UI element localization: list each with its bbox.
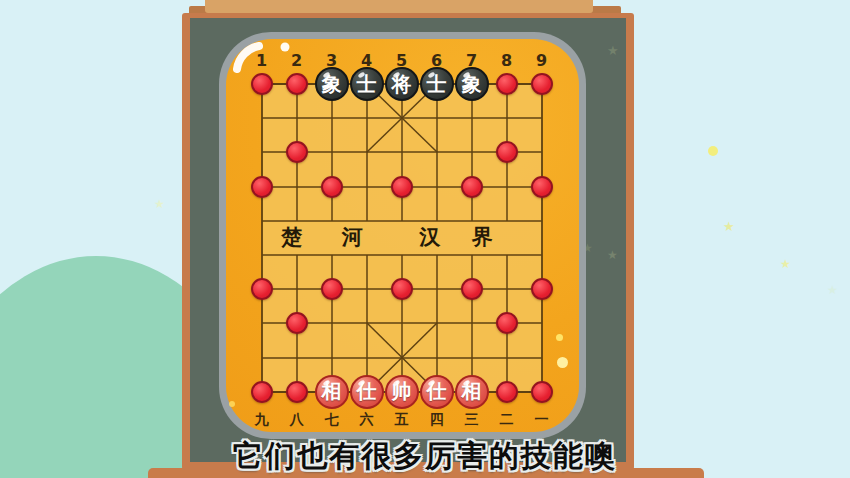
start-point-marker[interactable] xyxy=(251,176,273,198)
board-point-4-2[interactable] xyxy=(349,101,384,135)
black-piece-象[interactable]: 象 xyxy=(315,67,349,101)
board-point-1-6[interactable] xyxy=(244,238,279,272)
board-point-8-4[interactable] xyxy=(489,170,524,204)
board-point-2-2[interactable] xyxy=(279,101,314,135)
board-point-3-5[interactable] xyxy=(314,204,349,238)
black-piece-将[interactable]: 将 xyxy=(385,67,419,101)
board-point-7-5[interactable] xyxy=(454,204,489,238)
star-icon xyxy=(607,44,619,57)
board-point-7-6[interactable] xyxy=(454,238,489,272)
board-point-3-6[interactable] xyxy=(314,238,349,272)
board-point-4-1[interactable]: 士 xyxy=(349,67,384,101)
board-point-8-5[interactable] xyxy=(489,204,524,238)
start-point-marker[interactable] xyxy=(391,278,413,300)
board-point-2-1[interactable] xyxy=(279,67,314,101)
board-point-9-5[interactable] xyxy=(524,204,559,238)
board-point-6-1[interactable]: 士 xyxy=(419,67,454,101)
file-number-cn: 一 xyxy=(524,411,559,429)
board-point-8-2[interactable] xyxy=(489,101,524,135)
board-point-5-4[interactable] xyxy=(384,170,419,204)
board-point-6-10[interactable]: 仕 xyxy=(419,375,454,409)
start-point-marker[interactable] xyxy=(496,381,518,403)
board-point-5-3[interactable] xyxy=(384,135,419,169)
board-point-7-7[interactable] xyxy=(454,272,489,306)
board-point-8-1[interactable] xyxy=(489,67,524,101)
board-point-9-3[interactable] xyxy=(524,135,559,169)
start-point-marker[interactable] xyxy=(321,278,343,300)
board-point-8-3[interactable] xyxy=(489,135,524,169)
start-point-marker[interactable] xyxy=(286,73,308,95)
board-point-6-2[interactable] xyxy=(419,101,454,135)
subtitle-caption: 它们也有很多厉害的技能噢 xyxy=(0,436,850,477)
board-point-5-5[interactable] xyxy=(384,204,419,238)
start-point-marker[interactable] xyxy=(531,73,553,95)
board-point-2-9[interactable] xyxy=(279,341,314,375)
red-piece-帅[interactable]: 帅 xyxy=(385,375,419,409)
file-number-cn: 七 xyxy=(314,411,349,429)
start-point-marker[interactable] xyxy=(321,176,343,198)
board-point-6-8[interactable] xyxy=(419,306,454,340)
board-point-3-10[interactable]: 相 xyxy=(314,375,349,409)
file-number-cn: 三 xyxy=(454,411,489,429)
board-point-6-7[interactable] xyxy=(419,272,454,306)
board-point-4-4[interactable] xyxy=(349,170,384,204)
start-point-marker[interactable] xyxy=(286,141,308,163)
start-point-marker[interactable] xyxy=(391,176,413,198)
board-point-3-3[interactable] xyxy=(314,135,349,169)
board-point-9-10[interactable] xyxy=(524,375,559,409)
board-point-2-10[interactable] xyxy=(279,375,314,409)
red-piece-仕[interactable]: 仕 xyxy=(420,375,454,409)
board-point-1-9[interactable] xyxy=(244,341,279,375)
board-point-4-7[interactable] xyxy=(349,272,384,306)
start-point-marker[interactable] xyxy=(531,176,553,198)
board-point-6-6[interactable] xyxy=(419,238,454,272)
board-point-4-9[interactable] xyxy=(349,341,384,375)
start-point-marker[interactable] xyxy=(251,278,273,300)
board-point-9-6[interactable] xyxy=(524,238,559,272)
board-point-4-10[interactable]: 仕 xyxy=(349,375,384,409)
start-point-marker[interactable] xyxy=(286,381,308,403)
board-point-3-9[interactable] xyxy=(314,341,349,375)
board-point-4-6[interactable] xyxy=(349,238,384,272)
star-icon xyxy=(607,249,618,261)
file-number-cn: 五 xyxy=(384,411,419,429)
wood-bar-upper xyxy=(205,0,593,13)
start-point-marker[interactable] xyxy=(461,278,483,300)
board-point-3-8[interactable] xyxy=(314,306,349,340)
board-point-3-1[interactable]: 象 xyxy=(314,67,349,101)
board-point-5-9[interactable] xyxy=(384,341,419,375)
start-point-marker[interactable] xyxy=(251,73,273,95)
board-point-6-3[interactable] xyxy=(419,135,454,169)
star-icon xyxy=(780,258,791,270)
board-point-1-5[interactable] xyxy=(244,204,279,238)
board-point-2-6[interactable] xyxy=(279,238,314,272)
start-point-marker[interactable] xyxy=(461,176,483,198)
start-point-marker[interactable] xyxy=(531,381,553,403)
file-number-cn: 九 xyxy=(244,411,279,429)
start-point-marker[interactable] xyxy=(496,312,518,334)
board-point-4-3[interactable] xyxy=(349,135,384,169)
star-icon xyxy=(723,220,735,233)
file-number-cn: 六 xyxy=(349,411,384,429)
board-point-8-10[interactable] xyxy=(489,375,524,409)
file-number-cn: 二 xyxy=(489,411,524,429)
board-point-8-6[interactable] xyxy=(489,238,524,272)
start-point-marker[interactable] xyxy=(251,381,273,403)
board-point-3-4[interactable] xyxy=(314,170,349,204)
sparkle-dot xyxy=(229,401,235,407)
board-point-9-4[interactable] xyxy=(524,170,559,204)
board-point-6-4[interactable] xyxy=(419,170,454,204)
red-piece-相[interactable]: 相 xyxy=(315,375,349,409)
board-point-1-2[interactable] xyxy=(244,101,279,135)
board-point-7-10[interactable]: 相 xyxy=(454,375,489,409)
red-piece-仕[interactable]: 仕 xyxy=(350,375,384,409)
board-point-1-10[interactable] xyxy=(244,375,279,409)
red-piece-相[interactable]: 相 xyxy=(455,375,489,409)
star-icon xyxy=(827,284,838,296)
board-point-1-7[interactable] xyxy=(244,272,279,306)
board-point-7-3[interactable] xyxy=(454,135,489,169)
board-point-3-2[interactable] xyxy=(314,101,349,135)
black-piece-士[interactable]: 士 xyxy=(420,67,454,101)
board-point-5-2[interactable] xyxy=(384,101,419,135)
board-point-8-8[interactable] xyxy=(489,306,524,340)
black-piece-象[interactable]: 象 xyxy=(455,67,489,101)
board-point-4-8[interactable] xyxy=(349,306,384,340)
board-point-8-9[interactable] xyxy=(489,341,524,375)
board-point-7-4[interactable] xyxy=(454,170,489,204)
black-piece-士[interactable]: 士 xyxy=(350,67,384,101)
board-point-3-7[interactable] xyxy=(314,272,349,306)
board-point-9-1[interactable] xyxy=(524,67,559,101)
board-point-9-8[interactable] xyxy=(524,306,559,340)
star-icon xyxy=(154,198,165,210)
board-point-2-5[interactable] xyxy=(279,204,314,238)
board-point-7-8[interactable] xyxy=(454,306,489,340)
board-point-5-8[interactable] xyxy=(384,306,419,340)
start-point-marker[interactable] xyxy=(531,278,553,300)
board-point-9-9[interactable] xyxy=(524,341,559,375)
board-intersections: 象士将士象相仕帅仕相 xyxy=(244,67,559,409)
board-point-2-8[interactable] xyxy=(279,306,314,340)
video-frame: 123456789 九八七六五四三二一 楚 河 汉 界 象士将士象相仕帅仕相 它… xyxy=(0,0,850,478)
board-point-5-6[interactable] xyxy=(384,238,419,272)
board-point-2-7[interactable] xyxy=(279,272,314,306)
file-numbers-bottom: 九八七六五四三二一 xyxy=(244,411,559,429)
board-point-4-5[interactable] xyxy=(349,204,384,238)
board-point-7-9[interactable] xyxy=(454,341,489,375)
start-point-marker[interactable] xyxy=(286,312,308,334)
start-point-marker[interactable] xyxy=(496,141,518,163)
board-point-5-1[interactable]: 将 xyxy=(384,67,419,101)
board-point-1-8[interactable] xyxy=(244,306,279,340)
board-point-7-2[interactable] xyxy=(454,101,489,135)
file-number-cn: 四 xyxy=(419,411,454,429)
start-point-marker[interactable] xyxy=(496,73,518,95)
file-number-cn: 八 xyxy=(279,411,314,429)
board-point-2-3[interactable] xyxy=(279,135,314,169)
board-point-1-4[interactable] xyxy=(244,170,279,204)
board-point-6-5[interactable] xyxy=(419,204,454,238)
board-point-6-9[interactable] xyxy=(419,341,454,375)
board-point-7-1[interactable]: 象 xyxy=(454,67,489,101)
board-point-5-10[interactable]: 帅 xyxy=(384,375,419,409)
board-point-5-7[interactable] xyxy=(384,272,419,306)
board-point-9-2[interactable] xyxy=(524,101,559,135)
board-point-1-1[interactable] xyxy=(244,67,279,101)
board-point-8-7[interactable] xyxy=(489,272,524,306)
board-point-1-3[interactable] xyxy=(244,135,279,169)
board-point-9-7[interactable] xyxy=(524,272,559,306)
board-point-2-4[interactable] xyxy=(279,170,314,204)
sparkle-dot xyxy=(708,146,718,156)
